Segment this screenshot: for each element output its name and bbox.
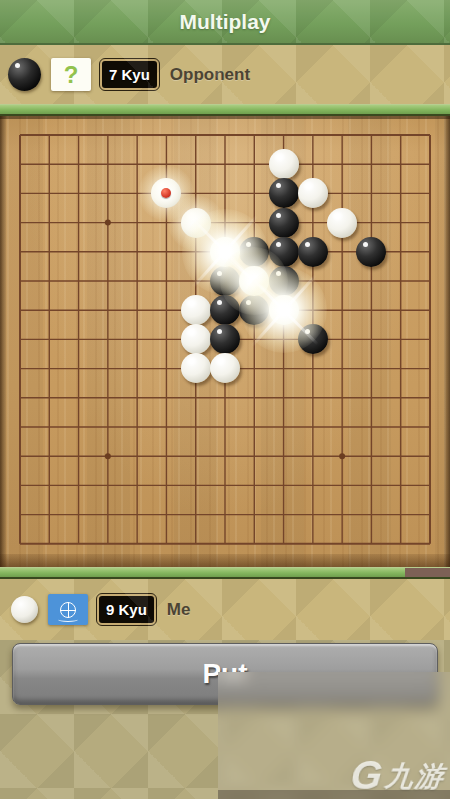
white-stone (327, 208, 357, 238)
white-stone (181, 324, 211, 354)
opponent-timer-bar (0, 104, 450, 116)
my-rank-badge: 9 Kyu (97, 594, 156, 626)
bottom-panel: Put G 九游 (0, 640, 450, 799)
opponent-timer-fill (0, 105, 450, 114)
white-stone (210, 353, 240, 383)
opponent-black-stone-icon (8, 58, 41, 91)
black-stone (298, 324, 328, 354)
gomoku-board[interactable] (0, 116, 450, 567)
white-stone (181, 295, 211, 325)
white-stone (269, 295, 299, 325)
stones-layer (5, 120, 444, 558)
black-stone (239, 237, 269, 267)
black-stone (269, 178, 299, 208)
black-stone (239, 295, 269, 325)
black-stone (356, 237, 386, 267)
opponent-name: Opponent (170, 65, 250, 85)
title-bar: Multiplay (0, 0, 450, 45)
white-stone (181, 208, 211, 238)
opponent-flag-unknown: ? (51, 58, 91, 91)
white-stone (210, 237, 240, 267)
white-stone (239, 266, 269, 296)
un-globe-icon (60, 602, 76, 618)
un-laurel-icon (58, 617, 78, 622)
my-bar: 9 Kyu Me (0, 579, 450, 640)
black-stone (269, 266, 299, 296)
white-stone (298, 178, 328, 208)
black-stone (210, 324, 240, 354)
page-title: Multiplay (0, 0, 450, 45)
black-stone (269, 237, 299, 267)
black-stone (210, 295, 240, 325)
white-stone (269, 149, 299, 179)
black-stone (269, 208, 299, 238)
black-stone (210, 266, 240, 296)
watermark-text: 九游 (383, 762, 446, 793)
my-white-stone-icon (11, 596, 38, 623)
my-timer-fill (0, 568, 405, 577)
watermark-logo-icon: G (349, 757, 384, 793)
last-move-marker (161, 188, 171, 198)
white-stone (181, 353, 211, 383)
my-flag-united-nations (48, 594, 88, 625)
app-screen: { "game": "gomoku", "game_description": … (0, 0, 450, 799)
my-timer-bar (0, 567, 450, 579)
opponent-rank-badge: 7 Kyu (100, 59, 159, 91)
black-stone (298, 237, 328, 267)
opponent-bar: ? 7 Kyu Opponent (0, 45, 450, 104)
my-name: Me (167, 600, 191, 620)
white-stone (151, 178, 181, 208)
watermark: G 九游 (349, 757, 447, 793)
question-mark-icon: ? (64, 63, 79, 87)
